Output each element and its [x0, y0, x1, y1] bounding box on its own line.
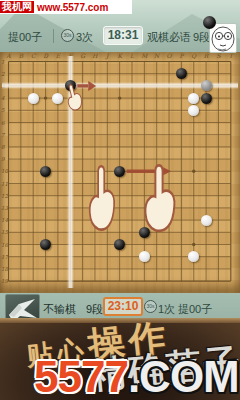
bottom-player-name: 不输棋	[43, 302, 76, 317]
black-stone-badge	[203, 16, 216, 29]
separator	[53, 29, 54, 43]
meme-face-icon	[210, 24, 236, 52]
ad-site-name: 我机网	[0, 1, 34, 13]
byoyomi-icon: 30s	[144, 300, 157, 313]
tutorial-overlay	[0, 52, 240, 293]
watermark-suffix: .COM	[128, 352, 239, 400]
ad-banner[interactable]: 我机网 www.5577.com	[0, 0, 132, 14]
go-board[interactable]: A1B2C3D4E5F6G7H8J9K10L11M12N13O14P15Q16R…	[0, 52, 240, 293]
top-byoyomi-periods: 3次	[76, 30, 93, 45]
top-player-clock: 18:31	[103, 26, 143, 45]
watermark-number: 5577	[34, 352, 128, 400]
top-player-name: 观棋必语	[147, 30, 191, 45]
bottom-player-clock: 23:10	[103, 297, 143, 316]
watermark-logo: 5577.COM	[34, 352, 239, 400]
top-player-rank: 9段	[193, 30, 210, 45]
top-player-bar: 提00子 30s 3次 18:31 观棋必语 9段	[0, 22, 240, 52]
top-captures-label: 提00子	[8, 30, 42, 45]
top-player-avatar[interactable]	[209, 23, 237, 53]
byoyomi-icon: 30s	[61, 29, 74, 42]
bottom-captures-label: 提00子	[178, 302, 212, 317]
promo-banner[interactable]: 贴心操作 精确落子! 5577.COM	[0, 318, 240, 400]
ad-url: www.5577.com	[37, 2, 108, 13]
bottom-player-rank: 9段	[86, 302, 103, 317]
